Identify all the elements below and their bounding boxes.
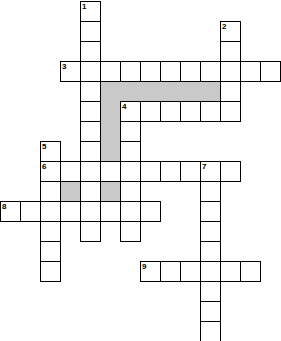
answer-cell-r10c10[interactable] bbox=[200, 201, 221, 222]
answer-cell-r8c8[interactable] bbox=[160, 161, 181, 182]
answer-cell-r12c10[interactable] bbox=[200, 241, 221, 262]
answer-cell-r5c11[interactable] bbox=[220, 101, 241, 122]
answer-cell-r6c6[interactable] bbox=[120, 121, 141, 142]
answer-cell-r5c8[interactable] bbox=[160, 101, 181, 122]
answer-cell-r10c7[interactable] bbox=[140, 201, 161, 222]
answer-cell-r13c7[interactable] bbox=[140, 261, 161, 282]
shaded-cell-r5c5 bbox=[100, 101, 121, 122]
answer-cell-r5c10[interactable] bbox=[200, 101, 221, 122]
answer-cell-r3c11[interactable] bbox=[220, 61, 241, 82]
answer-cell-r11c6[interactable] bbox=[120, 221, 141, 242]
answer-cell-r10c2[interactable] bbox=[40, 201, 61, 222]
shaded-cell-r9c5 bbox=[100, 181, 121, 202]
shaded-cell-r4c8 bbox=[160, 81, 181, 102]
answer-cell-r10c6[interactable] bbox=[120, 201, 141, 222]
answer-cell-r9c2[interactable] bbox=[40, 181, 61, 202]
answer-cell-r8c6[interactable] bbox=[120, 161, 141, 182]
answer-cell-r12c2[interactable] bbox=[40, 241, 61, 262]
answer-cell-r8c4[interactable] bbox=[80, 161, 101, 182]
answer-cell-r13c12[interactable] bbox=[240, 261, 261, 282]
answer-cell-r13c11[interactable] bbox=[220, 261, 241, 282]
answer-cell-r8c11[interactable] bbox=[220, 161, 241, 182]
answer-cell-r13c2[interactable] bbox=[40, 261, 61, 282]
shaded-cell-r9c3 bbox=[60, 181, 81, 202]
shaded-cell-r7c5 bbox=[100, 141, 121, 162]
answer-cell-r9c10[interactable] bbox=[200, 181, 221, 202]
answer-cell-r3c6[interactable] bbox=[120, 61, 141, 82]
answer-cell-r5c4[interactable] bbox=[80, 101, 101, 122]
shaded-cell-r4c5 bbox=[100, 81, 121, 102]
answer-cell-r10c1[interactable] bbox=[20, 201, 41, 222]
answer-cell-r5c6[interactable] bbox=[120, 101, 141, 122]
answer-cell-r8c10[interactable] bbox=[200, 161, 221, 182]
answer-cell-r3c13[interactable] bbox=[260, 61, 281, 82]
answer-cell-r3c8[interactable] bbox=[160, 61, 181, 82]
answer-cell-r11c4[interactable] bbox=[80, 221, 101, 242]
answer-cell-r8c3[interactable] bbox=[60, 161, 81, 182]
answer-cell-r4c4[interactable] bbox=[80, 81, 101, 102]
answer-cell-r10c0[interactable] bbox=[0, 201, 21, 222]
answer-cell-r3c9[interactable] bbox=[180, 61, 201, 82]
answer-cell-r5c7[interactable] bbox=[140, 101, 161, 122]
answer-cell-r3c5[interactable] bbox=[100, 61, 121, 82]
shaded-cell-r4c9 bbox=[180, 81, 201, 102]
answer-cell-r4c11[interactable] bbox=[220, 81, 241, 102]
answer-cell-r13c10[interactable] bbox=[200, 261, 221, 282]
answer-cell-r5c9[interactable] bbox=[180, 101, 201, 122]
answer-cell-r8c9[interactable] bbox=[180, 161, 201, 182]
answer-cell-r1c11[interactable] bbox=[220, 21, 241, 42]
answer-cell-r3c10[interactable] bbox=[200, 61, 221, 82]
answer-cell-r16c10[interactable] bbox=[200, 321, 221, 341]
answer-cell-r2c4[interactable] bbox=[80, 41, 101, 62]
shaded-cell-r4c7 bbox=[140, 81, 161, 102]
answer-cell-r9c6[interactable] bbox=[120, 181, 141, 202]
answer-cell-r7c2[interactable] bbox=[40, 141, 61, 162]
answer-cell-r10c5[interactable] bbox=[100, 201, 121, 222]
answer-cell-r11c2[interactable] bbox=[40, 221, 61, 242]
answer-cell-r13c9[interactable] bbox=[180, 261, 201, 282]
answer-cell-r6c4[interactable] bbox=[80, 121, 101, 142]
answer-cell-r10c3[interactable] bbox=[60, 201, 81, 222]
answer-cell-r9c4[interactable] bbox=[80, 181, 101, 202]
answer-cell-r7c6[interactable] bbox=[120, 141, 141, 162]
shaded-cell-r6c5 bbox=[100, 121, 121, 142]
shaded-cell-r4c10 bbox=[200, 81, 221, 102]
answer-cell-r13c8[interactable] bbox=[160, 261, 181, 282]
answer-cell-r3c7[interactable] bbox=[140, 61, 161, 82]
answer-cell-r8c7[interactable] bbox=[140, 161, 161, 182]
crossword-worksheet: 123456789 bbox=[0, 0, 281, 341]
answer-cell-r14c10[interactable] bbox=[200, 281, 221, 302]
answer-cell-r0c4[interactable] bbox=[80, 1, 101, 22]
answer-cell-r8c2[interactable] bbox=[40, 161, 61, 182]
answer-cell-r10c4[interactable] bbox=[80, 201, 101, 222]
answer-cell-r2c11[interactable] bbox=[220, 41, 241, 62]
answer-cell-r15c10[interactable] bbox=[200, 301, 221, 322]
answer-cell-r8c5[interactable] bbox=[100, 161, 121, 182]
answer-cell-r3c4[interactable] bbox=[80, 61, 101, 82]
answer-cell-r1c4[interactable] bbox=[80, 21, 101, 42]
answer-cell-r11c10[interactable] bbox=[200, 221, 221, 242]
answer-cell-r3c3[interactable] bbox=[60, 61, 81, 82]
answer-cell-r3c12[interactable] bbox=[240, 61, 261, 82]
shaded-cell-r4c6 bbox=[120, 81, 141, 102]
answer-cell-r7c4[interactable] bbox=[80, 141, 101, 162]
